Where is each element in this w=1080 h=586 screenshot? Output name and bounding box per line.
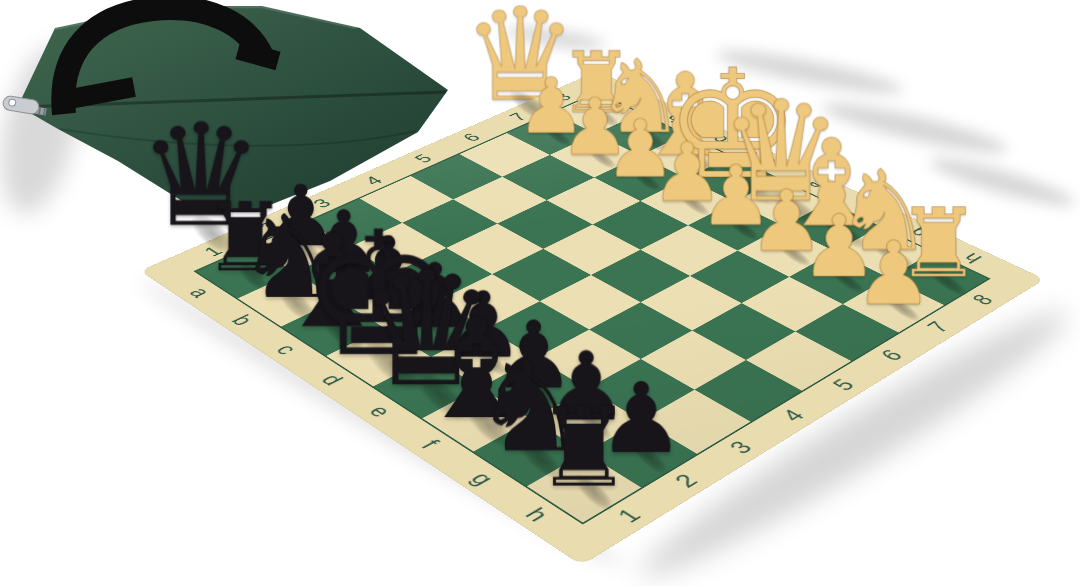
- product-photo-scene: aabbccddeeffgghh1122334455667788♛♜♟♞♟♝♟♚…: [0, 0, 1080, 586]
- piece-black-r-h1: ♜: [535, 393, 633, 503]
- piece-camel-p-h7: ♟: [854, 229, 933, 317]
- board-perspective-wrapper: aabbccddeeffgghh1122334455667788♛♜♟♞♟♝♟♚…: [0, 0, 1080, 586]
- chess-board: aabbccddeeffgghh1122334455667788♛♜♟♞♟♝♟♚…: [140, 71, 1045, 566]
